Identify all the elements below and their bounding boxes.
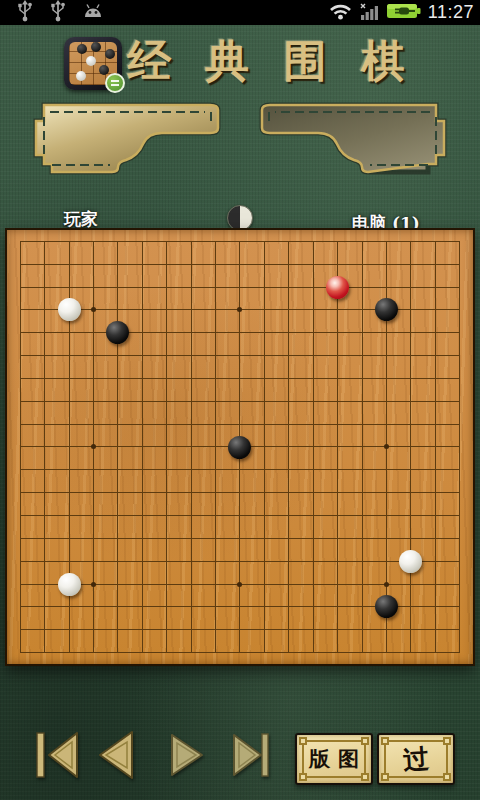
board-intersection[interactable]	[81, 321, 105, 344]
board-intersection[interactable]	[179, 253, 203, 276]
board-intersection[interactable]	[179, 573, 203, 596]
board-intersection[interactable]	[57, 458, 81, 481]
board-intersection[interactable]	[350, 618, 374, 641]
board-intersection[interactable]	[448, 618, 472, 641]
board-intersection[interactable]	[301, 573, 325, 596]
board-intersection[interactable]	[228, 413, 252, 436]
board-intersection[interactable]	[130, 641, 154, 664]
board-intersection[interactable]	[8, 390, 32, 413]
board-intersection[interactable]	[155, 367, 179, 390]
board-intersection[interactable]	[228, 573, 252, 596]
board-intersection[interactable]	[399, 481, 423, 504]
board-intersection[interactable]	[228, 550, 252, 573]
board-intersection[interactable]	[32, 344, 56, 367]
board-intersection[interactable]	[301, 230, 325, 253]
board-intersection[interactable]	[179, 344, 203, 367]
board-intersection[interactable]	[81, 390, 105, 413]
board-intersection[interactable]	[228, 595, 252, 618]
board-intersection[interactable]	[228, 436, 252, 459]
board-intersection[interactable]	[57, 390, 81, 413]
board-intersection[interactable]	[374, 641, 398, 664]
board-intersection[interactable]	[81, 276, 105, 299]
board-intersection[interactable]	[423, 230, 447, 253]
board-intersection[interactable]	[374, 595, 398, 618]
board-intersection[interactable]	[423, 527, 447, 550]
board-intersection[interactable]	[228, 481, 252, 504]
board-intersection[interactable]	[325, 436, 349, 459]
board-intersection[interactable]	[277, 321, 301, 344]
board-intersection[interactable]	[374, 458, 398, 481]
board-intersection[interactable]	[57, 299, 81, 322]
board-intersection[interactable]	[130, 436, 154, 459]
board-intersection[interactable]	[252, 458, 276, 481]
board-intersection[interactable]	[423, 276, 447, 299]
board-intersection[interactable]	[130, 276, 154, 299]
board-intersection[interactable]	[325, 527, 349, 550]
board-intersection[interactable]	[423, 481, 447, 504]
board-intersection[interactable]	[8, 641, 32, 664]
board-intersection[interactable]	[301, 299, 325, 322]
board-intersection[interactable]	[106, 618, 130, 641]
board-intersection[interactable]	[277, 481, 301, 504]
board-intersection[interactable]	[325, 344, 349, 367]
board-intersection[interactable]	[423, 253, 447, 276]
board-intersection[interactable]	[374, 367, 398, 390]
board-intersection[interactable]	[203, 573, 227, 596]
board-intersection[interactable]	[399, 641, 423, 664]
board-intersection[interactable]	[350, 504, 374, 527]
board-intersection[interactable]	[106, 527, 130, 550]
board-intersection[interactable]	[252, 481, 276, 504]
board-intersection[interactable]	[448, 344, 472, 367]
board-intersection[interactable]	[277, 230, 301, 253]
board-intersection[interactable]	[57, 344, 81, 367]
board-intersection[interactable]	[301, 344, 325, 367]
board-intersection[interactable]	[81, 573, 105, 596]
board-intersection[interactable]	[32, 367, 56, 390]
board-intersection[interactable]	[399, 413, 423, 436]
board-intersection[interactable]	[374, 527, 398, 550]
board-intersection[interactable]	[252, 641, 276, 664]
board-intersection[interactable]	[252, 550, 276, 573]
board-intersection[interactable]	[57, 595, 81, 618]
board-intersection[interactable]	[301, 253, 325, 276]
board-intersection[interactable]	[399, 230, 423, 253]
board-intersection[interactable]	[179, 230, 203, 253]
board-intersection[interactable]	[81, 550, 105, 573]
board-intersection[interactable]	[277, 276, 301, 299]
board-intersection[interactable]	[350, 253, 374, 276]
board-intersection[interactable]	[301, 367, 325, 390]
board-intersection[interactable]	[252, 367, 276, 390]
board-intersection[interactable]	[399, 595, 423, 618]
board-intersection[interactable]	[203, 413, 227, 436]
board-intersection[interactable]	[350, 413, 374, 436]
board-intersection[interactable]	[325, 641, 349, 664]
board-intersection[interactable]	[325, 458, 349, 481]
board-intersection[interactable]	[301, 618, 325, 641]
board-intersection[interactable]	[350, 230, 374, 253]
board-intersection[interactable]	[228, 641, 252, 664]
board-intersection[interactable]	[81, 413, 105, 436]
board-intersection[interactable]	[106, 641, 130, 664]
board-intersection[interactable]	[155, 527, 179, 550]
board-intersection[interactable]	[374, 504, 398, 527]
board-intersection[interactable]	[130, 595, 154, 618]
board-intersection[interactable]	[350, 527, 374, 550]
board-intersection[interactable]	[399, 618, 423, 641]
board-intersection[interactable]	[228, 527, 252, 550]
board-intersection[interactable]	[325, 390, 349, 413]
board-intersection[interactable]	[301, 413, 325, 436]
board-intersection[interactable]	[8, 504, 32, 527]
board-intersection[interactable]	[252, 413, 276, 436]
board-intersection[interactable]	[203, 618, 227, 641]
board-intersection[interactable]	[423, 344, 447, 367]
board-intersection[interactable]	[325, 550, 349, 573]
board-intersection[interactable]	[277, 344, 301, 367]
board-intersection[interactable]	[32, 299, 56, 322]
board-intersection[interactable]	[374, 299, 398, 322]
board-intersection[interactable]	[179, 458, 203, 481]
board-intersection[interactable]	[325, 413, 349, 436]
board-intersection[interactable]	[399, 573, 423, 596]
board-intersection[interactable]	[399, 527, 423, 550]
board-intersection[interactable]	[179, 276, 203, 299]
board-intersection[interactable]	[374, 390, 398, 413]
board-intersection[interactable]	[57, 436, 81, 459]
board-intersection[interactable]	[179, 595, 203, 618]
board-intersection[interactable]	[155, 618, 179, 641]
board-intersection[interactable]	[374, 436, 398, 459]
next-move-button[interactable]	[170, 733, 204, 777]
board-intersection[interactable]	[130, 344, 154, 367]
board-intersection[interactable]	[106, 321, 130, 344]
board-intersection[interactable]	[350, 321, 374, 344]
board-intersection[interactable]	[203, 321, 227, 344]
board-intersection[interactable]	[325, 504, 349, 527]
board-intersection[interactable]	[423, 573, 447, 596]
board-intersection[interactable]	[448, 276, 472, 299]
board-intersection[interactable]	[179, 367, 203, 390]
board-intersection[interactable]	[350, 344, 374, 367]
board-intersection[interactable]	[277, 618, 301, 641]
board-intersection[interactable]	[252, 504, 276, 527]
board-intersection[interactable]	[350, 299, 374, 322]
board-intersection[interactable]	[179, 527, 203, 550]
board-intersection[interactable]	[399, 504, 423, 527]
board-intersection[interactable]	[301, 436, 325, 459]
board-intersection[interactable]	[277, 573, 301, 596]
board-intersection[interactable]	[130, 550, 154, 573]
board-intersection[interactable]	[374, 481, 398, 504]
board-intersection[interactable]	[8, 618, 32, 641]
board-intersection[interactable]	[179, 413, 203, 436]
board-intersection[interactable]	[448, 321, 472, 344]
board-intersection[interactable]	[374, 344, 398, 367]
board-intersection[interactable]	[325, 618, 349, 641]
board-intersection[interactable]	[301, 276, 325, 299]
board-intersection[interactable]	[448, 253, 472, 276]
board-intersection[interactable]	[203, 527, 227, 550]
board-intersection[interactable]	[374, 253, 398, 276]
board-intersection[interactable]	[57, 527, 81, 550]
board-intersection[interactable]	[301, 550, 325, 573]
board-intersection[interactable]	[155, 321, 179, 344]
board-intersection[interactable]	[423, 436, 447, 459]
board-intersection[interactable]	[32, 504, 56, 527]
board-intersection[interactable]	[32, 458, 56, 481]
board-intersection[interactable]	[155, 390, 179, 413]
board-intersection[interactable]	[106, 390, 130, 413]
board-intersection[interactable]	[32, 276, 56, 299]
board-intersection[interactable]	[252, 299, 276, 322]
board-intersection[interactable]	[374, 550, 398, 573]
board-intersection[interactable]	[277, 390, 301, 413]
board-intersection[interactable]	[399, 344, 423, 367]
board-intersection[interactable]	[350, 367, 374, 390]
board-intersection[interactable]	[252, 573, 276, 596]
board-intersection[interactable]	[203, 230, 227, 253]
board-intersection[interactable]	[448, 390, 472, 413]
board-intersection[interactable]	[448, 595, 472, 618]
last-move-button[interactable]	[232, 733, 270, 777]
board-intersection[interactable]	[57, 550, 81, 573]
first-move-button[interactable]	[36, 731, 80, 779]
board-intersection[interactable]	[228, 344, 252, 367]
board-intersection[interactable]	[301, 504, 325, 527]
board-intersection[interactable]	[203, 595, 227, 618]
board-intersection[interactable]	[325, 230, 349, 253]
board-intersection[interactable]	[399, 253, 423, 276]
board-intersection[interactable]	[301, 390, 325, 413]
board-intersection[interactable]	[179, 321, 203, 344]
board-intersection[interactable]	[155, 595, 179, 618]
board-intersection[interactable]	[228, 618, 252, 641]
board-intersection[interactable]	[81, 504, 105, 527]
board-intersection[interactable]	[252, 253, 276, 276]
board-intersection[interactable]	[155, 573, 179, 596]
board-intersection[interactable]	[155, 458, 179, 481]
board-intersection[interactable]	[252, 618, 276, 641]
board-intersection[interactable]	[252, 595, 276, 618]
board-intersection[interactable]	[130, 481, 154, 504]
board-intersection[interactable]	[81, 641, 105, 664]
board-intersection[interactable]	[301, 321, 325, 344]
board-intersection[interactable]	[57, 253, 81, 276]
board-intersection[interactable]	[57, 504, 81, 527]
pass-button[interactable]: 过	[377, 733, 455, 785]
board-intersection[interactable]	[57, 367, 81, 390]
board-intersection[interactable]	[155, 504, 179, 527]
board-intersection[interactable]	[8, 276, 32, 299]
board-intersection[interactable]	[106, 367, 130, 390]
board-intersection[interactable]	[32, 527, 56, 550]
board-intersection[interactable]	[228, 390, 252, 413]
board-intersection[interactable]	[32, 413, 56, 436]
board-intersection[interactable]	[203, 390, 227, 413]
board-intersection[interactable]	[130, 618, 154, 641]
board-intersection[interactable]	[203, 276, 227, 299]
board-intersection[interactable]	[374, 573, 398, 596]
board-intersection[interactable]	[130, 367, 154, 390]
board-intersection[interactable]	[301, 641, 325, 664]
board-intersection[interactable]	[179, 550, 203, 573]
board-intersection[interactable]	[106, 299, 130, 322]
board-intersection[interactable]	[8, 458, 32, 481]
board-intersection[interactable]	[423, 458, 447, 481]
board-intersection[interactable]	[32, 573, 56, 596]
board-intersection[interactable]	[423, 321, 447, 344]
board-intersection[interactable]	[57, 641, 81, 664]
board-intersection[interactable]	[277, 253, 301, 276]
board-intersection[interactable]	[350, 436, 374, 459]
board-intersection[interactable]	[179, 390, 203, 413]
board-intersection[interactable]	[252, 344, 276, 367]
board-intersection[interactable]	[399, 436, 423, 459]
board-intersection[interactable]	[277, 595, 301, 618]
board-intersection[interactable]	[203, 458, 227, 481]
board-intersection[interactable]	[106, 253, 130, 276]
board-intersection[interactable]	[8, 436, 32, 459]
board-intersection[interactable]	[130, 390, 154, 413]
board-intersection[interactable]	[448, 527, 472, 550]
board-intersection[interactable]	[350, 641, 374, 664]
board-intersection[interactable]	[350, 458, 374, 481]
board-intersection[interactable]	[277, 458, 301, 481]
board-intersection[interactable]	[106, 230, 130, 253]
board-intersection[interactable]	[228, 230, 252, 253]
board-intersection[interactable]	[57, 321, 81, 344]
board-intersection[interactable]	[228, 458, 252, 481]
board-intersection[interactable]	[106, 413, 130, 436]
board-intersection[interactable]	[8, 527, 32, 550]
board-intersection[interactable]	[228, 276, 252, 299]
board-intersection[interactable]	[277, 504, 301, 527]
board-intersection[interactable]	[81, 367, 105, 390]
board-intersection[interactable]	[179, 481, 203, 504]
board-intersection[interactable]	[130, 504, 154, 527]
board-intersection[interactable]	[203, 481, 227, 504]
board-intersection[interactable]	[423, 413, 447, 436]
board-intersection[interactable]	[155, 550, 179, 573]
board-intersection[interactable]	[179, 299, 203, 322]
board-intersection[interactable]	[32, 595, 56, 618]
board-intersection[interactable]	[203, 299, 227, 322]
board-intersection[interactable]	[57, 276, 81, 299]
board-intersection[interactable]	[155, 481, 179, 504]
board-intersection[interactable]	[350, 390, 374, 413]
board-intersection[interactable]	[8, 550, 32, 573]
board-intersection[interactable]	[448, 436, 472, 459]
board-intersection[interactable]	[81, 527, 105, 550]
board-intersection[interactable]	[374, 413, 398, 436]
board-intersection[interactable]	[106, 276, 130, 299]
board-intersection[interactable]	[448, 481, 472, 504]
board-intersection[interactable]	[179, 504, 203, 527]
board-intersection[interactable]	[203, 367, 227, 390]
board-intersection[interactable]	[325, 367, 349, 390]
board-intersection[interactable]	[81, 481, 105, 504]
board-intersection[interactable]	[130, 230, 154, 253]
board-intersection[interactable]	[203, 344, 227, 367]
board-intersection[interactable]	[228, 299, 252, 322]
board-intersection[interactable]	[106, 436, 130, 459]
board-intersection[interactable]	[448, 550, 472, 573]
board-intersection[interactable]	[155, 276, 179, 299]
board-intersection[interactable]	[106, 573, 130, 596]
board-intersection[interactable]	[203, 436, 227, 459]
board-intersection[interactable]	[350, 595, 374, 618]
board-intersection[interactable]	[252, 436, 276, 459]
board-intersection[interactable]	[350, 276, 374, 299]
board-intersection[interactable]	[277, 413, 301, 436]
board-intersection[interactable]	[252, 321, 276, 344]
board-intersection[interactable]	[301, 527, 325, 550]
board-intersection[interactable]	[448, 367, 472, 390]
board-intersection[interactable]	[155, 413, 179, 436]
board-intersection[interactable]	[448, 641, 472, 664]
board-intersection[interactable]	[8, 481, 32, 504]
board-intersection[interactable]	[374, 618, 398, 641]
board-intersection[interactable]	[350, 550, 374, 573]
board-intersection[interactable]	[301, 481, 325, 504]
board-intersection[interactable]	[32, 481, 56, 504]
board-intersection[interactable]	[423, 390, 447, 413]
board-intersection[interactable]	[32, 321, 56, 344]
board-intersection[interactable]	[277, 641, 301, 664]
board-intersection[interactable]	[448, 573, 472, 596]
board-intersection[interactable]	[228, 367, 252, 390]
board-intersection[interactable]	[32, 390, 56, 413]
board-intersection[interactable]	[106, 458, 130, 481]
board-intersection[interactable]	[179, 618, 203, 641]
board-intersection[interactable]	[155, 641, 179, 664]
board-intersection[interactable]	[277, 299, 301, 322]
board-intersection[interactable]	[301, 595, 325, 618]
board-intersection[interactable]	[32, 618, 56, 641]
board-intersection[interactable]	[32, 641, 56, 664]
board-intersection[interactable]	[374, 276, 398, 299]
board-intersection[interactable]	[374, 321, 398, 344]
board-intersection[interactable]	[106, 344, 130, 367]
board-intersection[interactable]	[203, 550, 227, 573]
board-intersection[interactable]	[106, 595, 130, 618]
board-intersection[interactable]	[448, 458, 472, 481]
board-intersection[interactable]	[32, 436, 56, 459]
board-intersection[interactable]	[325, 253, 349, 276]
board-intersection[interactable]	[277, 527, 301, 550]
board-intersection[interactable]	[448, 230, 472, 253]
board-intersection[interactable]	[57, 481, 81, 504]
board-intersection[interactable]	[277, 367, 301, 390]
board-intersection[interactable]	[423, 299, 447, 322]
board-intersection[interactable]	[399, 299, 423, 322]
board-intersection[interactable]	[130, 299, 154, 322]
board-intersection[interactable]	[203, 504, 227, 527]
board-intersection[interactable]	[106, 481, 130, 504]
board-intersection[interactable]	[350, 481, 374, 504]
board-intersection[interactable]	[57, 618, 81, 641]
board-intersection[interactable]	[130, 253, 154, 276]
board-intersection[interactable]	[81, 595, 105, 618]
board-intersection[interactable]	[374, 230, 398, 253]
board-intersection[interactable]	[57, 230, 81, 253]
board-intersection[interactable]	[57, 573, 81, 596]
board-intersection[interactable]	[399, 321, 423, 344]
board-intersection[interactable]	[228, 321, 252, 344]
board-intersection[interactable]	[228, 504, 252, 527]
